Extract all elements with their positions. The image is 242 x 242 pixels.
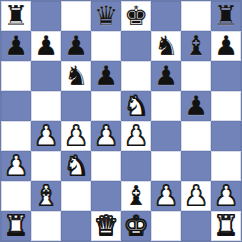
square-f6[interactable]: ♟ — [151, 61, 181, 91]
square-a1[interactable]: ♜ — [1, 211, 31, 241]
square-e5[interactable]: ♞ — [121, 91, 151, 121]
square-d7[interactable] — [91, 31, 121, 61]
chess-board: ♜♛♚♜♟♟♟♞♝♟♞♟♟♞♟♟♟♟♟♟♞♝♝♟♟♟♜♛♚♜ — [0, 0, 242, 242]
square-c6[interactable]: ♞ — [61, 61, 91, 91]
white-pawn[interactable]: ♟ — [4, 152, 28, 179]
white-pawn[interactable]: ♟ — [34, 122, 58, 149]
white-queen[interactable]: ♛ — [94, 212, 118, 239]
white-bishop[interactable]: ♝ — [34, 182, 58, 209]
black-knight[interactable]: ♞ — [154, 32, 178, 59]
square-h3[interactable] — [211, 151, 241, 181]
square-b6[interactable] — [31, 61, 61, 91]
square-c1[interactable] — [61, 211, 91, 241]
square-b1[interactable] — [31, 211, 61, 241]
square-d3[interactable] — [91, 151, 121, 181]
square-d1[interactable]: ♛ — [91, 211, 121, 241]
square-a6[interactable] — [1, 61, 31, 91]
square-d6[interactable]: ♟ — [91, 61, 121, 91]
square-d8[interactable]: ♛ — [91, 1, 121, 31]
white-pawn[interactable]: ♟ — [124, 122, 148, 149]
square-a5[interactable] — [1, 91, 31, 121]
square-f2[interactable]: ♟ — [151, 181, 181, 211]
square-b3[interactable] — [31, 151, 61, 181]
white-rook[interactable]: ♜ — [4, 212, 28, 239]
white-rook[interactable]: ♜ — [214, 212, 238, 239]
square-c7[interactable]: ♟ — [61, 31, 91, 61]
black-bishop[interactable]: ♝ — [124, 182, 148, 209]
square-h7[interactable]: ♟ — [211, 31, 241, 61]
black-pawn[interactable]: ♟ — [4, 32, 28, 59]
black-rook[interactable]: ♜ — [4, 2, 28, 29]
black-pawn[interactable]: ♟ — [94, 62, 118, 89]
black-bishop[interactable]: ♝ — [184, 32, 208, 59]
square-h4[interactable] — [211, 121, 241, 151]
square-f4[interactable] — [151, 121, 181, 151]
square-h8[interactable]: ♜ — [211, 1, 241, 31]
square-d2[interactable] — [91, 181, 121, 211]
square-h6[interactable] — [211, 61, 241, 91]
white-pawn[interactable]: ♟ — [214, 182, 238, 209]
black-king[interactable]: ♚ — [124, 2, 148, 29]
square-g2[interactable]: ♟ — [181, 181, 211, 211]
square-g6[interactable] — [181, 61, 211, 91]
square-a4[interactable] — [1, 121, 31, 151]
white-king[interactable]: ♚ — [124, 212, 148, 239]
square-b2[interactable]: ♝ — [31, 181, 61, 211]
square-b7[interactable]: ♟ — [31, 31, 61, 61]
square-h5[interactable] — [211, 91, 241, 121]
square-e1[interactable]: ♚ — [121, 211, 151, 241]
square-h1[interactable]: ♜ — [211, 211, 241, 241]
square-e2[interactable]: ♝ — [121, 181, 151, 211]
white-pawn[interactable]: ♟ — [64, 122, 88, 149]
black-pawn[interactable]: ♟ — [154, 62, 178, 89]
square-f3[interactable] — [151, 151, 181, 181]
black-rook[interactable]: ♜ — [214, 2, 238, 29]
square-d4[interactable]: ♟ — [91, 121, 121, 151]
square-f5[interactable] — [151, 91, 181, 121]
square-g5[interactable]: ♟ — [181, 91, 211, 121]
square-c2[interactable] — [61, 181, 91, 211]
square-a2[interactable] — [1, 181, 31, 211]
square-d5[interactable] — [91, 91, 121, 121]
square-c5[interactable] — [61, 91, 91, 121]
white-pawn[interactable]: ♟ — [154, 182, 178, 209]
square-f1[interactable] — [151, 211, 181, 241]
square-g8[interactable] — [181, 1, 211, 31]
square-g1[interactable] — [181, 211, 211, 241]
square-a8[interactable]: ♜ — [1, 1, 31, 31]
square-e4[interactable]: ♟ — [121, 121, 151, 151]
square-g7[interactable]: ♝ — [181, 31, 211, 61]
square-g4[interactable] — [181, 121, 211, 151]
square-e3[interactable] — [121, 151, 151, 181]
square-b5[interactable] — [31, 91, 61, 121]
square-f7[interactable]: ♞ — [151, 31, 181, 61]
square-c8[interactable] — [61, 1, 91, 31]
black-pawn[interactable]: ♟ — [64, 32, 88, 59]
square-a7[interactable]: ♟ — [1, 31, 31, 61]
square-g3[interactable] — [181, 151, 211, 181]
black-pawn[interactable]: ♟ — [184, 92, 208, 119]
square-c3[interactable]: ♞ — [61, 151, 91, 181]
white-knight[interactable]: ♞ — [124, 92, 148, 119]
black-pawn[interactable]: ♟ — [34, 32, 58, 59]
black-knight[interactable]: ♞ — [64, 62, 88, 89]
black-pawn[interactable]: ♟ — [214, 32, 238, 59]
square-f8[interactable] — [151, 1, 181, 31]
square-e8[interactable]: ♚ — [121, 1, 151, 31]
square-b4[interactable]: ♟ — [31, 121, 61, 151]
white-pawn[interactable]: ♟ — [94, 122, 118, 149]
white-pawn[interactable]: ♟ — [184, 182, 208, 209]
square-e7[interactable] — [121, 31, 151, 61]
square-b8[interactable] — [31, 1, 61, 31]
square-h2[interactable]: ♟ — [211, 181, 241, 211]
white-knight[interactable]: ♞ — [64, 152, 88, 179]
square-e6[interactable] — [121, 61, 151, 91]
square-a3[interactable]: ♟ — [1, 151, 31, 181]
square-c4[interactable]: ♟ — [61, 121, 91, 151]
black-queen[interactable]: ♛ — [94, 2, 118, 29]
